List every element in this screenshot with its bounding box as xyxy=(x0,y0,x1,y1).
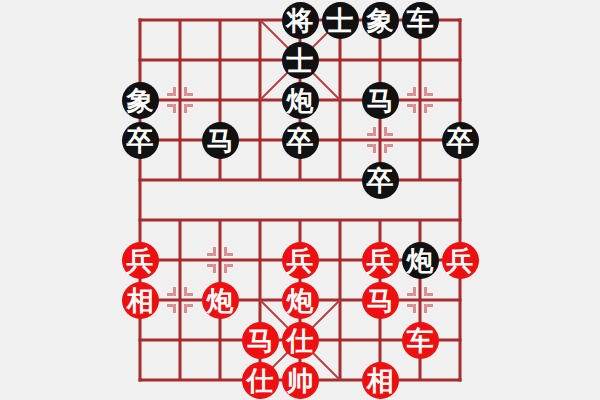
piece-black-chariot[interactable]: 车 xyxy=(402,2,439,39)
star-point-marker xyxy=(200,240,240,280)
star-point-marker xyxy=(160,280,200,320)
piece-black-soldier[interactable]: 卒 xyxy=(362,162,399,199)
piece-red-soldier[interactable]: 兵 xyxy=(122,242,159,279)
piece-black-advisor[interactable]: 士 xyxy=(322,2,359,39)
piece-red-soldier[interactable]: 兵 xyxy=(282,242,319,279)
piece-red-cannon[interactable]: 炮 xyxy=(202,282,239,319)
xiangqi-screen: 将士象车士象炮马卒马卒卒卒兵兵兵炮兵相炮炮马马仕车仕帅相 xyxy=(0,0,600,400)
piece-black-horse[interactable]: 马 xyxy=(362,82,399,119)
star-point-marker xyxy=(400,80,440,120)
piece-black-elephant[interactable]: 象 xyxy=(122,82,159,119)
star-point-marker xyxy=(160,80,200,120)
piece-red-general[interactable]: 帅 xyxy=(282,362,319,399)
piece-red-soldier[interactable]: 兵 xyxy=(362,242,399,279)
piece-black-cannon[interactable]: 炮 xyxy=(402,242,439,279)
piece-red-chariot[interactable]: 车 xyxy=(402,322,439,359)
piece-black-soldier[interactable]: 卒 xyxy=(122,122,159,159)
star-point-marker xyxy=(360,120,400,160)
piece-red-elephant[interactable]: 相 xyxy=(122,282,159,319)
piece-red-advisor[interactable]: 仕 xyxy=(242,362,279,399)
piece-black-soldier[interactable]: 卒 xyxy=(282,122,319,159)
xiangqi-board[interactable]: 将士象车士象炮马卒马卒卒卒兵兵兵炮兵相炮炮马马仕车仕帅相 xyxy=(120,0,480,400)
piece-red-horse[interactable]: 马 xyxy=(362,282,399,319)
piece-red-cannon[interactable]: 炮 xyxy=(282,282,319,319)
piece-black-elephant[interactable]: 象 xyxy=(362,2,399,39)
piece-red-advisor[interactable]: 仕 xyxy=(282,322,319,359)
piece-black-advisor[interactable]: 士 xyxy=(282,42,319,79)
piece-black-general[interactable]: 将 xyxy=(282,2,319,39)
piece-red-elephant[interactable]: 相 xyxy=(362,362,399,399)
piece-black-cannon[interactable]: 炮 xyxy=(282,82,319,119)
piece-red-horse[interactable]: 马 xyxy=(242,322,279,359)
piece-red-soldier[interactable]: 兵 xyxy=(442,242,479,279)
piece-black-horse[interactable]: 马 xyxy=(202,122,239,159)
piece-black-soldier[interactable]: 卒 xyxy=(442,122,479,159)
star-point-marker xyxy=(400,280,440,320)
